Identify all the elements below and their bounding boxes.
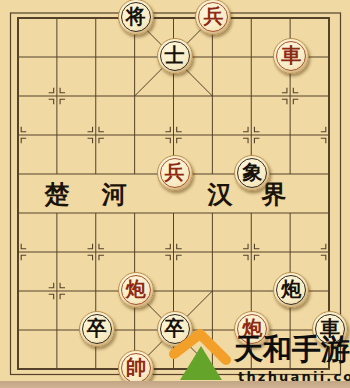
xiangqi-app: 楚河汉界 将兵士車兵象炮炮卒卒炮車帥 天和手游 thzhuanji.com [0,0,350,388]
piece-red-soldier[interactable]: 兵 [157,155,193,191]
piece-glyph: 象 [242,162,262,182]
piece-glyph: 炮 [126,279,146,299]
piece-black-soldier[interactable]: 卒 [157,311,193,347]
piece-red-cannon[interactable]: 炮 [234,311,270,347]
piece-glyph: 炮 [242,318,262,338]
river-char: 汉 [208,178,233,211]
piece-glyph: 将 [126,6,146,26]
piece-black-advisor[interactable]: 士 [157,38,193,74]
piece-glyph: 帥 [126,357,146,377]
piece-glyph: 兵 [165,162,185,182]
table-edge [0,381,350,388]
piece-glyph: 卒 [87,318,107,338]
piece-black-cannon[interactable]: 炮 [273,272,309,308]
piece-glyph: 兵 [203,6,223,26]
piece-glyph: 車 [320,318,340,338]
piece-red-chariot[interactable]: 車 [273,38,309,74]
piece-glyph: 卒 [165,318,185,338]
river-char: 河 [102,178,127,211]
piece-glyph: 車 [281,45,301,65]
piece-black-elephant[interactable]: 象 [234,155,270,191]
piece-glyph: 士 [165,45,185,65]
river-char: 楚 [45,178,70,211]
piece-black-soldier[interactable]: 卒 [79,311,115,347]
piece-glyph: 炮 [281,279,301,299]
piece-black-chariot[interactable]: 車 [312,311,348,347]
piece-black-general[interactable]: 将 [118,0,154,35]
piece-red-cannon[interactable]: 炮 [118,272,154,308]
